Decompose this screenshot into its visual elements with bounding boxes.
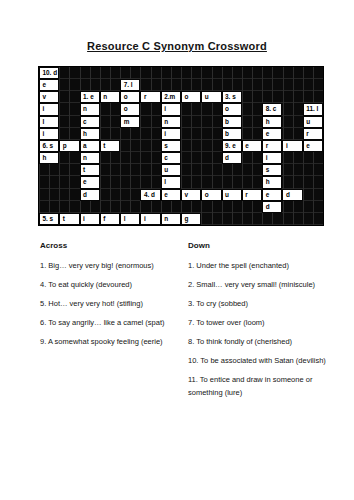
crossword-cell-r13c2[interactable]: t [59, 213, 79, 225]
down-clue-1: 1. Under the spell (enchanted) [188, 260, 334, 273]
crossword-cell-r11c8[interactable]: v [181, 189, 201, 201]
crossword-cell-r3c7[interactable]: 2.m [161, 91, 181, 103]
crossword-cell-r10c12[interactable]: h [262, 176, 282, 188]
across-clue-2: 4. To eat quickly (devoured) [40, 279, 190, 292]
crossword-cell-r7c4[interactable]: t [100, 140, 120, 152]
crossword-cell-r13c6[interactable]: i [140, 213, 160, 225]
crossword-cell-r5c1[interactable]: l [39, 116, 59, 128]
crossword-cell-r3c3[interactable]: 1. e [80, 91, 100, 103]
across-clue-3: 5. Hot… very very hot! (stifling) [40, 298, 190, 311]
crossword-cell-r3c8[interactable]: o [181, 91, 201, 103]
crossword-cell-r8c10[interactable]: d [222, 152, 242, 164]
across-clue-list: 1. Big… very very big! (enormous)4. To e… [40, 260, 190, 349]
page-title: Resource C Synonym Crossword [0, 40, 354, 52]
crossword-cell-r8c7[interactable]: c [161, 152, 181, 164]
crossword-cell-r4c3[interactable]: n [80, 103, 100, 115]
crossword-cell-r8c1[interactable]: h [39, 152, 59, 164]
crossword-cell-r4c7[interactable]: i [161, 103, 181, 115]
down-clue-2: 2. Small… very very small! (miniscule) [188, 279, 334, 292]
across-clue-1: 1. Big… very very big! (enormous) [40, 260, 190, 273]
crossword-cell-r11c10[interactable]: u [222, 189, 242, 201]
crossword-cell-r4c12[interactable]: 8. c [262, 103, 282, 115]
crossword-cell-r1c1[interactable]: 10. d [39, 67, 59, 79]
crossword-cell-r6c1[interactable]: i [39, 128, 59, 140]
crossword-cell-r13c7[interactable]: n [161, 213, 181, 225]
crossword-cell-r3c9[interactable]: u [201, 91, 221, 103]
crossword-cell-r2c5[interactable]: 7. l [120, 79, 140, 91]
crossword-cell-r4c5[interactable]: o [120, 103, 140, 115]
crossword-cell-r5c14[interactable]: u [303, 116, 323, 128]
down-clues-section: Down 1. Under the spell (enchanted)2. Sm… [188, 241, 334, 406]
crossword-cell-r13c8[interactable]: g [181, 213, 201, 225]
across-clues-section: Across 1. Big… very very big! (enormous)… [40, 241, 190, 355]
crossword-cell-r13c1[interactable]: 5. s [39, 213, 59, 225]
crossword-cell-r3c6[interactable]: r [140, 91, 160, 103]
crossword-cell-r3c1[interactable]: v [39, 91, 59, 103]
crossword-cell-r7c14[interactable]: e [303, 140, 323, 152]
worksheet-page: Resource C Synonym Crossword 10. de7. lv… [0, 0, 354, 500]
crossword-cell-r7c11[interactable]: e [242, 140, 262, 152]
crossword-cell-r3c5[interactable]: o [120, 91, 140, 103]
crossword-cell-r7c12[interactable]: r [262, 140, 282, 152]
down-clue-7: 11. To entice and draw in someone or som… [188, 374, 334, 399]
down-clue-5: 8. To think fondly of (cherished) [188, 336, 334, 349]
crossword-cell-r3c4[interactable]: n [100, 91, 120, 103]
crossword-cell-r12c12[interactable]: d [262, 201, 282, 213]
crossword-cell-r7c3[interactable]: a [80, 140, 100, 152]
crossword-cell-r5c7[interactable]: n [161, 116, 181, 128]
crossword-cell-r11c11[interactable]: r [242, 189, 262, 201]
crossword-cell-r5c10[interactable]: b [222, 116, 242, 128]
down-clue-list: 1. Under the spell (enchanted)2. Small… … [188, 260, 334, 399]
crossword-cell-r13c4[interactable]: f [100, 213, 120, 225]
crossword-cell-r7c7[interactable]: s [161, 140, 181, 152]
crossword-cell-r11c7[interactable]: e [161, 189, 181, 201]
across-header: Across [40, 241, 190, 250]
crossword-cell-r6c10[interactable]: b [222, 128, 242, 140]
down-clue-4: 7. To tower over (loom) [188, 317, 334, 330]
crossword-cell-r5c12[interactable]: h [262, 116, 282, 128]
crossword-cell-r7c2[interactable]: p [59, 140, 79, 152]
crossword-cell-r4c1[interactable]: i [39, 103, 59, 115]
crossword-cell-r9c12[interactable]: s [262, 164, 282, 176]
crossword-cell-r11c9[interactable]: o [201, 189, 221, 201]
across-clue-5: 9. A somewhat spooky feeling (eerie) [40, 336, 190, 349]
crossword-cell-r7c10[interactable]: 9. e [222, 140, 242, 152]
down-clue-3: 3. To cry (sobbed) [188, 298, 334, 311]
crossword-grid: 10. de7. lv1. enor2.mou3. sinoio8. c11. … [38, 66, 324, 226]
crossword-cell-r8c12[interactable]: i [262, 152, 282, 164]
crossword-cell-r10c3[interactable]: e [80, 176, 100, 188]
crossword-cell-r4c10[interactable]: o [222, 103, 242, 115]
crossword-cell-r9c3[interactable]: t [80, 164, 100, 176]
crossword-cell-r9c7[interactable]: u [161, 164, 181, 176]
crossword-cell-r6c7[interactable]: i [161, 128, 181, 140]
crossword-cell-r7c1[interactable]: 6. s [39, 140, 59, 152]
crossword-cell-r4c14[interactable]: 11. l [303, 103, 323, 115]
crossword-cell-r13c3[interactable]: i [80, 213, 100, 225]
crossword-cell-r3c10[interactable]: 3. s [222, 91, 242, 103]
crossword-cell-r10c7[interactable]: l [161, 176, 181, 188]
crossword-cell-r11c6[interactable]: 4. d [140, 189, 160, 201]
crossword-cell-r5c3[interactable]: c [80, 116, 100, 128]
crossword-cell-r6c12[interactable]: e [262, 128, 282, 140]
crossword-cell-r8c3[interactable]: n [80, 152, 100, 164]
down-header: Down [188, 241, 334, 250]
crossword-cell-r11c12[interactable]: e [262, 189, 282, 201]
crossword-cell-r11c3[interactable]: d [80, 189, 100, 201]
across-clue-4: 6. To say angrily… like a camel (spat) [40, 317, 190, 330]
crossword-cell-r6c14[interactable]: r [303, 128, 323, 140]
crossword-cell-r2c1[interactable]: e [39, 79, 59, 91]
crossword-cell-r5c5[interactable]: m [120, 116, 140, 128]
crossword-cell-r7c13[interactable]: i [282, 140, 302, 152]
crossword-cell-r6c3[interactable]: h [80, 128, 100, 140]
crossword-cell-r13c5[interactable]: l [120, 213, 140, 225]
crossword-cell-r11c13[interactable]: d [282, 189, 302, 201]
down-clue-6: 10. To be associated with Satan (devilis… [188, 355, 334, 368]
